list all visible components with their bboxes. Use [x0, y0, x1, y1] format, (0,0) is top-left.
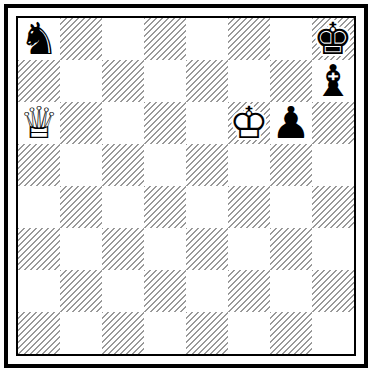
square-g3[interactable]	[270, 228, 312, 270]
piece-underlay: ♛	[18, 102, 60, 144]
square-d7[interactable]	[144, 60, 186, 102]
square-e4[interactable]	[186, 186, 228, 228]
square-h4[interactable]	[312, 186, 354, 228]
square-b6[interactable]	[60, 102, 102, 144]
square-h6[interactable]	[312, 102, 354, 144]
square-g8[interactable]	[270, 18, 312, 60]
square-e1[interactable]	[186, 312, 228, 354]
square-f2[interactable]	[228, 270, 270, 312]
square-f3[interactable]	[228, 228, 270, 270]
square-f8[interactable]	[228, 18, 270, 60]
square-g5[interactable]	[270, 144, 312, 186]
square-c2[interactable]	[102, 270, 144, 312]
square-b3[interactable]	[60, 228, 102, 270]
piece-white-queen[interactable]: ♕	[18, 102, 60, 144]
square-c3[interactable]	[102, 228, 144, 270]
square-h2[interactable]	[312, 270, 354, 312]
square-h5[interactable]	[312, 144, 354, 186]
square-c4[interactable]	[102, 186, 144, 228]
square-d8[interactable]	[144, 18, 186, 60]
square-d4[interactable]	[144, 186, 186, 228]
square-a1[interactable]	[18, 312, 60, 354]
piece-underlay: ♝	[312, 60, 354, 102]
piece-underlay: ♚	[228, 102, 270, 144]
square-d1[interactable]	[144, 312, 186, 354]
square-f7[interactable]	[228, 60, 270, 102]
square-a5[interactable]	[18, 144, 60, 186]
chess-diagram: ♞♞♚♚♝♝♛♕♚♔♟♟	[0, 0, 372, 372]
square-a2[interactable]	[18, 270, 60, 312]
diagram-frame: ♞♞♚♚♝♝♛♕♚♔♟♟	[4, 4, 368, 368]
square-h3[interactable]	[312, 228, 354, 270]
piece-white-king[interactable]: ♔	[228, 102, 270, 144]
square-e3[interactable]	[186, 228, 228, 270]
square-h7[interactable]: ♝♝	[312, 60, 354, 102]
square-b2[interactable]	[60, 270, 102, 312]
piece-black-bishop[interactable]: ♝	[312, 60, 354, 102]
square-a4[interactable]	[18, 186, 60, 228]
square-h8[interactable]: ♚♚	[312, 18, 354, 60]
square-a7[interactable]	[18, 60, 60, 102]
square-f6[interactable]: ♚♔	[228, 102, 270, 144]
square-c5[interactable]	[102, 144, 144, 186]
square-f1[interactable]	[228, 312, 270, 354]
square-a6[interactable]: ♛♕	[18, 102, 60, 144]
square-e8[interactable]	[186, 18, 228, 60]
square-b8[interactable]	[60, 18, 102, 60]
square-f4[interactable]	[228, 186, 270, 228]
square-g2[interactable]	[270, 270, 312, 312]
piece-underlay: ♞	[18, 18, 60, 60]
square-e7[interactable]	[186, 60, 228, 102]
square-g7[interactable]	[270, 60, 312, 102]
square-e6[interactable]	[186, 102, 228, 144]
square-g1[interactable]	[270, 312, 312, 354]
square-g6[interactable]: ♟♟	[270, 102, 312, 144]
piece-black-knight[interactable]: ♞	[18, 18, 60, 60]
chess-board: ♞♞♚♚♝♝♛♕♚♔♟♟	[18, 18, 354, 354]
square-h1[interactable]	[312, 312, 354, 354]
square-b4[interactable]	[60, 186, 102, 228]
piece-black-king[interactable]: ♚	[312, 18, 354, 60]
square-a3[interactable]	[18, 228, 60, 270]
square-b5[interactable]	[60, 144, 102, 186]
square-d2[interactable]	[144, 270, 186, 312]
square-b1[interactable]	[60, 312, 102, 354]
square-g4[interactable]	[270, 186, 312, 228]
square-b7[interactable]	[60, 60, 102, 102]
square-e2[interactable]	[186, 270, 228, 312]
square-c8[interactable]	[102, 18, 144, 60]
square-d3[interactable]	[144, 228, 186, 270]
square-a8[interactable]: ♞♞	[18, 18, 60, 60]
square-c7[interactable]	[102, 60, 144, 102]
square-c1[interactable]	[102, 312, 144, 354]
square-e5[interactable]	[186, 144, 228, 186]
board-inner-border: ♞♞♚♚♝♝♛♕♚♔♟♟	[16, 16, 356, 356]
piece-black-pawn[interactable]: ♟	[270, 102, 312, 144]
square-f5[interactable]	[228, 144, 270, 186]
piece-underlay: ♟	[270, 102, 312, 144]
square-d5[interactable]	[144, 144, 186, 186]
square-d6[interactable]	[144, 102, 186, 144]
piece-underlay: ♚	[312, 18, 354, 60]
square-c6[interactable]	[102, 102, 144, 144]
